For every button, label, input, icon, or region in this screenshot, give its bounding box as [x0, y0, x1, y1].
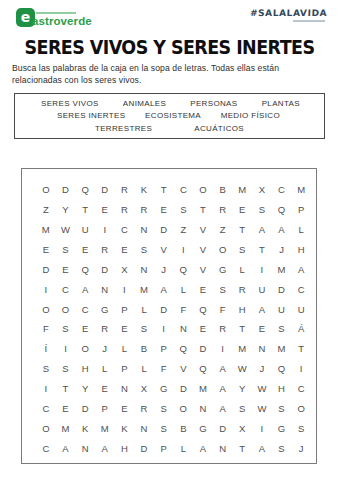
grid-cell: G: [213, 259, 233, 279]
grid-cell: S: [272, 319, 292, 339]
grid-cell: N: [173, 319, 193, 339]
grid-cell: P: [154, 438, 174, 458]
grid-cell: A: [75, 279, 95, 299]
grid-cell: U: [272, 299, 292, 319]
grid-cell: S: [173, 200, 193, 220]
grid-cell: N: [134, 418, 154, 438]
grid-cell: T: [154, 180, 174, 200]
grid-cell: I: [36, 379, 56, 399]
grid-cell: U: [75, 220, 95, 240]
logo-small-text: [36, 12, 76, 14]
word-bank-row: SERES INERTESECOSISTEMAMEDIO FÍSICO: [15, 111, 324, 120]
grid-cell: M: [291, 180, 311, 200]
grid-cell: E: [75, 240, 95, 260]
grid-cell: C: [272, 180, 292, 200]
grid-cell: A: [213, 398, 233, 418]
grid-cell: W: [56, 220, 76, 240]
grid-cell: P: [291, 200, 311, 220]
grid-cell: W: [232, 359, 252, 379]
grid-cell: Q: [272, 359, 292, 379]
grid-cell: I: [56, 339, 76, 359]
grid-cell: M: [56, 418, 76, 438]
grid-cell: D: [213, 418, 233, 438]
grid-cell: R: [232, 279, 252, 299]
grid-cell: O: [75, 339, 95, 359]
grid-cell: B: [134, 339, 154, 359]
grid-cell: X: [232, 418, 252, 438]
grid-cell: T: [193, 200, 213, 220]
grid-cell: D: [75, 398, 95, 418]
bank-word: PERSONAS: [190, 99, 237, 108]
grid-cell: Q: [173, 339, 193, 359]
grid-cell: E: [115, 319, 135, 339]
grid-cell: T: [75, 200, 95, 220]
grid-cell: H: [272, 379, 292, 399]
grid-cell: D: [134, 438, 154, 458]
grid-cell: R: [134, 200, 154, 220]
grid-cell: O: [56, 299, 76, 319]
grid-cell: V: [193, 240, 213, 260]
grid-cell: D: [272, 279, 292, 299]
grid-cell: N: [252, 339, 272, 359]
grid-cell: S: [232, 398, 252, 418]
grid-cell: A: [272, 220, 292, 240]
grid-cell: F: [154, 359, 174, 379]
grid-cell: L: [173, 438, 193, 458]
grid-cell: S: [154, 418, 174, 438]
grid-cell: A: [154, 279, 174, 299]
grid-cell: X: [134, 379, 154, 399]
grid-cell: S: [36, 359, 56, 379]
grid-cell: E: [193, 279, 213, 299]
bank-word: ANIMALES: [123, 99, 166, 108]
grid-cell: D: [36, 259, 56, 279]
grid-cell: I: [213, 339, 233, 359]
grid-cell: R: [115, 180, 135, 200]
grid-cell: V: [173, 359, 193, 379]
grid-cell: H: [291, 240, 311, 260]
grid-cell: T: [291, 339, 311, 359]
grid-cell: B: [173, 418, 193, 438]
bank-word: TERRESTRES: [95, 124, 152, 133]
grid-cell: O: [213, 240, 233, 260]
hashtag-text: #SALALAVIDA: [250, 8, 327, 18]
grid-cell: L: [115, 339, 135, 359]
grid-cell: S: [252, 200, 272, 220]
word-bank-row: TERRESTRESACUÁTICOS: [15, 124, 324, 133]
grid-cell: J: [154, 259, 174, 279]
header: e astroverde #SALALAVIDA: [16, 8, 327, 34]
grid-cell: D: [173, 379, 193, 399]
grid-cell: N: [115, 379, 135, 399]
grid-cell: T: [252, 240, 272, 260]
grid-cell: D: [95, 180, 115, 200]
grid-cell: A: [213, 359, 233, 379]
grid-cell: F: [36, 319, 56, 339]
grid-cell: N: [95, 279, 115, 299]
grid-cell: K: [75, 418, 95, 438]
grid-cell: P: [154, 339, 174, 359]
grid-cell: C: [291, 279, 311, 299]
grid-cell: S: [213, 279, 233, 299]
grid-cell: E: [95, 379, 115, 399]
grid-cell: F: [213, 299, 233, 319]
grid-cell: M: [232, 180, 252, 200]
bank-word: PLANTAS: [262, 99, 300, 108]
grid-cell: E: [56, 398, 76, 418]
bank-word: SERES VIVOS: [41, 99, 99, 108]
grid-cell: K: [134, 180, 154, 200]
grid-cell: M: [95, 418, 115, 438]
grid-cell: J: [252, 359, 272, 379]
grid-cell: I: [95, 220, 115, 240]
grid-cell: H: [232, 299, 252, 319]
grid-cell: Q: [193, 359, 213, 379]
grid-cell: R: [95, 319, 115, 339]
bank-word: ACUÁTICOS: [194, 124, 244, 133]
grid-cell: N: [75, 438, 95, 458]
grid-cell: K: [115, 418, 135, 438]
grid-cell: P: [95, 398, 115, 418]
grid-cell: A: [193, 438, 213, 458]
letter-grid: ODQDRKTCOBMXCMZYTERRESTRESQPMWUICNDZVZTA…: [21, 168, 317, 464]
grid-cell: E: [252, 319, 272, 339]
castroverde-logo: e astroverde: [16, 8, 92, 27]
grid-cell: E: [232, 200, 252, 220]
grid-cell: N: [134, 220, 154, 240]
grid-cell: O: [193, 180, 213, 200]
grid-cell: I: [115, 279, 135, 299]
campaign-hashtag: #SALALAVIDA: [250, 8, 327, 22]
grid-cell: S: [272, 398, 292, 418]
grid-cell: L: [134, 359, 154, 379]
grid-cell: C: [75, 299, 95, 319]
bank-word: SERES INERTES: [57, 111, 125, 120]
grid-cell: R: [95, 240, 115, 260]
grid-cell: V: [193, 220, 213, 240]
grid-cell: T: [232, 220, 252, 240]
grid-cell: S: [154, 398, 174, 418]
grid-cell: N: [193, 398, 213, 418]
grid-cell: G: [95, 299, 115, 319]
grid-cell: L: [173, 279, 193, 299]
grid-cell: W: [252, 398, 272, 418]
grid-cell: Q: [75, 180, 95, 200]
grid-cell: Z: [213, 220, 233, 240]
grid-cell: L: [134, 299, 154, 319]
grid-cell: M: [134, 279, 154, 299]
grid-cell: E: [193, 319, 213, 339]
grid-cell: G: [154, 379, 174, 399]
grid-cell: O: [291, 398, 311, 418]
grid-cell: F: [173, 299, 193, 319]
grid-cell: C: [291, 379, 311, 399]
grid-cell: S: [56, 319, 76, 339]
grid-cell: E: [115, 398, 135, 418]
grid-cell: O: [36, 299, 56, 319]
grid-cell: S: [56, 240, 76, 260]
grid-cell: S: [56, 359, 76, 379]
hashtag-subtext: [293, 20, 325, 22]
grid-cell: U: [252, 279, 272, 299]
grid-cell: Q: [272, 200, 292, 220]
grid-cell: S: [291, 418, 311, 438]
grid-cell: G: [272, 418, 292, 438]
grid-cell: W: [252, 379, 272, 399]
grid-cell: J: [291, 438, 311, 458]
grid-cell: C: [56, 279, 76, 299]
grid-cell: R: [115, 200, 135, 220]
grid-cell: Q: [193, 299, 213, 319]
grid-cell: O: [36, 418, 56, 438]
grid-cell: A: [56, 438, 76, 458]
grid-cell: I: [252, 418, 272, 438]
grid-cell: Í: [36, 339, 56, 359]
word-bank-row: SERES VIVOSANIMALESPERSONASPLANTAS: [15, 99, 324, 108]
grid-cell: J: [95, 339, 115, 359]
worksheet-page: e astroverde #SALALAVIDA SERES VIVOS Y S…: [0, 0, 339, 480]
grid-cell: Y: [56, 200, 76, 220]
page-title: SERES VIVOS Y SERES INERTES: [14, 36, 326, 58]
grid-cell: Q: [75, 259, 95, 279]
grid-cell: C: [36, 398, 56, 418]
grid-cell: M: [193, 379, 213, 399]
grid-cell: V: [193, 259, 213, 279]
grid-cell: B: [213, 180, 233, 200]
grid-cell: S: [272, 438, 292, 458]
logo-brand-text: astroverde: [32, 16, 92, 27]
grid-cell: I: [154, 319, 174, 339]
grid-cell: X: [115, 259, 135, 279]
grid-cell: T: [232, 319, 252, 339]
grid-cell: R: [213, 200, 233, 220]
grid-cell: H: [75, 359, 95, 379]
grid-cell: A: [95, 438, 115, 458]
grid-cell: S: [232, 240, 252, 260]
grid-cell: E: [36, 240, 56, 260]
grid-cell: A: [213, 379, 233, 399]
grid-cell: L: [232, 259, 252, 279]
grid-cell: E: [75, 319, 95, 339]
grid-cell: V: [154, 240, 174, 260]
grid-cell: C: [173, 180, 193, 200]
grid-cell: C: [36, 438, 56, 458]
grid-cell: D: [56, 180, 76, 200]
grid-cell: I: [36, 279, 56, 299]
grid-cell: Q: [173, 259, 193, 279]
grid-cell: C: [115, 220, 135, 240]
grid-cell: S: [134, 319, 154, 339]
grid-cell: E: [56, 259, 76, 279]
grid-cell: Z: [36, 200, 56, 220]
grid-cell: E: [115, 240, 135, 260]
grid-cell: A: [252, 438, 272, 458]
grid-cell: E: [154, 200, 174, 220]
grid-cell: D: [193, 339, 213, 359]
grid-cell: S: [134, 240, 154, 260]
grid-cell: N: [134, 259, 154, 279]
grid-cell: M: [272, 339, 292, 359]
grid-cell: R: [213, 319, 233, 339]
grid-cell: H: [115, 438, 135, 458]
grid-cell: T: [56, 379, 76, 399]
grid-cell: A: [252, 220, 272, 240]
grid-cell: A: [252, 299, 272, 319]
grid-cell: Z: [173, 220, 193, 240]
grid-cell: I: [252, 259, 272, 279]
grid-cell: I: [291, 359, 311, 379]
grid-cell: X: [252, 180, 272, 200]
grid-cell: U: [291, 299, 311, 319]
grid-cell: O: [173, 398, 193, 418]
grid-cell: I: [173, 240, 193, 260]
grid-cell: R: [134, 398, 154, 418]
grid-cell: M: [232, 339, 252, 359]
grid-cell: L: [95, 359, 115, 379]
grid-cell: D: [95, 259, 115, 279]
grid-cell: A: [291, 259, 311, 279]
grid-cell: G: [193, 418, 213, 438]
grid-cell: O: [36, 180, 56, 200]
grid-cell: P: [115, 299, 135, 319]
grid-cell: M: [272, 259, 292, 279]
grid-cell: E: [95, 200, 115, 220]
grid-cell: D: [154, 220, 174, 240]
instructions-text: Busca las palabras de la caja en la sopa…: [12, 63, 328, 86]
grid-cell: Y: [232, 379, 252, 399]
grid-cell: P: [115, 359, 135, 379]
grid-cell: L: [291, 220, 311, 240]
grid-cell: Á: [291, 319, 311, 339]
grid-cell: M: [36, 220, 56, 240]
bank-word: MEDIO FÍSICO: [221, 111, 280, 120]
bank-word: ECOSISTEMA: [145, 111, 201, 120]
grid-cell: D: [154, 299, 174, 319]
word-bank-box: SERES VIVOSANIMALESPERSONASPLANTAS SERES…: [14, 93, 325, 139]
grid-cell: J: [272, 240, 292, 260]
grid-cell: Y: [75, 379, 95, 399]
grid-cell: T: [232, 438, 252, 458]
grid-cell: N: [213, 438, 233, 458]
